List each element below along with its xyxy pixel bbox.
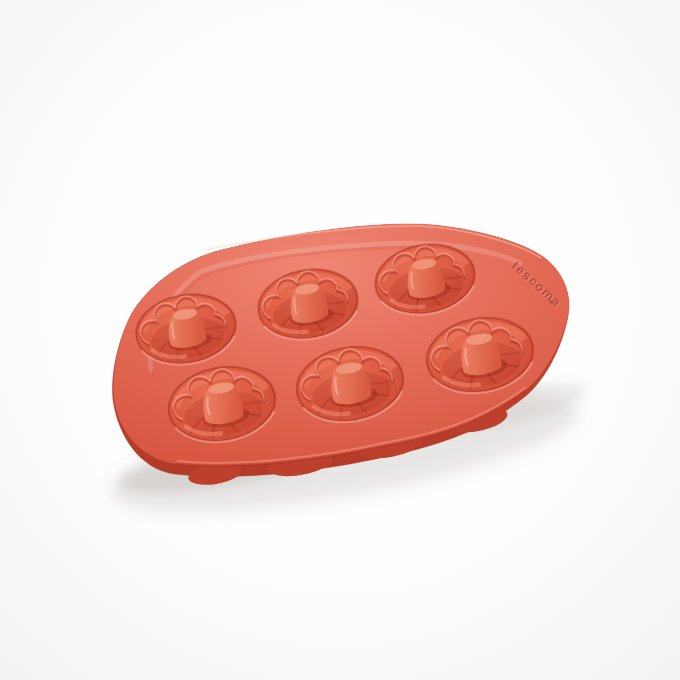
product-photo: tescoma tescoma bbox=[0, 0, 680, 680]
product-photo-stage: tescoma tescoma bbox=[0, 0, 680, 680]
registered-mark-dot bbox=[549, 300, 552, 303]
